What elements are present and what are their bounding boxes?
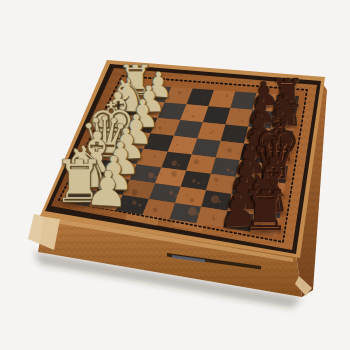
chess-set-scene: ♜♞♝♛♚♝♞♜♟♟♟♟♟♟♟♟♟♟♟♟♟♟♟♟♜♞♝♛♚♝♞♜	[0, 0, 350, 350]
pieces-layer: ♜♞♝♛♚♝♞♜♟♟♟♟♟♟♟♟♟♟♟♟♟♟♟♟♜♞♝♛♚♝♞♜	[0, 0, 350, 350]
piece-black-rook-a8[interactable]: ♜	[240, 183, 290, 239]
piece-white-pawn-a2[interactable]: ♟	[84, 163, 131, 214]
